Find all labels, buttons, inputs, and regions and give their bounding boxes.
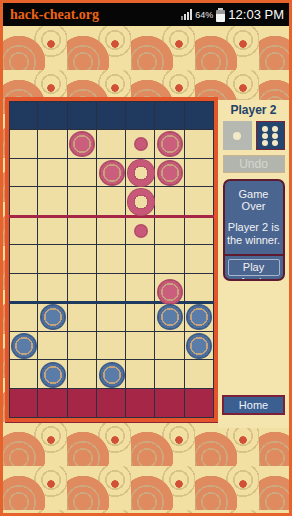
pink-piece[interactable] (157, 160, 183, 186)
pieces-layer (9, 101, 214, 418)
status-icons: 64% 12:03 PM (181, 7, 284, 22)
blue-piece[interactable] (11, 333, 37, 359)
home-button[interactable]: Home (222, 395, 285, 415)
player-turn-label: Player 2 (230, 102, 276, 118)
pink-piece[interactable] (157, 131, 183, 157)
phone-screen: hack-cheat.org 64% 12:03 PM Player 2 Und… (0, 0, 292, 516)
die-pip (262, 126, 268, 132)
game-over-title: Game Over (225, 181, 283, 212)
pink-dot-marker[interactable] (134, 137, 148, 151)
die-pip (272, 126, 278, 132)
blue-piece[interactable] (40, 362, 66, 388)
die-right[interactable] (256, 121, 285, 150)
game-over-message-line1: Player 2 is (226, 221, 282, 234)
watermark-brand: hack-cheat.org (10, 3, 181, 26)
clock: 12:03 PM (228, 7, 284, 22)
die-pip (272, 133, 278, 139)
pink-ring-marker[interactable] (127, 159, 155, 187)
die-pip (233, 132, 241, 140)
play-again-button[interactable]: Play Again (228, 259, 280, 276)
battery-icon (216, 8, 225, 22)
blue-piece[interactable] (157, 304, 183, 330)
blue-piece[interactable] (40, 304, 66, 330)
die-pip (272, 140, 278, 146)
die-pip (262, 133, 268, 139)
die-pip (262, 140, 268, 146)
battery-percent: 64% (195, 10, 213, 20)
game-over-dialog: Game Over Player 2 is the winner. Play A… (223, 179, 285, 281)
die-left[interactable] (223, 121, 252, 150)
sidebar-panel: Player 2 Undo Game Over Player 2 is the … (218, 100, 289, 428)
pink-dot-marker[interactable] (134, 224, 148, 238)
undo-button[interactable]: Undo (223, 155, 285, 173)
dice-tray (223, 121, 285, 150)
pink-piece[interactable] (69, 131, 95, 157)
pink-ring-marker[interactable] (127, 188, 155, 216)
play-again-section: Play Again (225, 254, 283, 279)
blue-piece[interactable] (99, 362, 125, 388)
blue-piece[interactable] (186, 333, 212, 359)
signal-icon (181, 9, 192, 20)
pink-piece[interactable] (99, 160, 125, 186)
game-background-pattern: Player 2 Undo Game Over Player 2 is the … (3, 26, 289, 513)
blue-piece[interactable] (186, 304, 212, 330)
game-over-message-line2: the winner. (226, 234, 282, 247)
game-board (5, 97, 218, 422)
status-bar: hack-cheat.org 64% 12:03 PM (3, 3, 289, 26)
pink-piece[interactable] (157, 279, 183, 305)
game-over-message: Player 2 is the winner. (225, 212, 283, 254)
